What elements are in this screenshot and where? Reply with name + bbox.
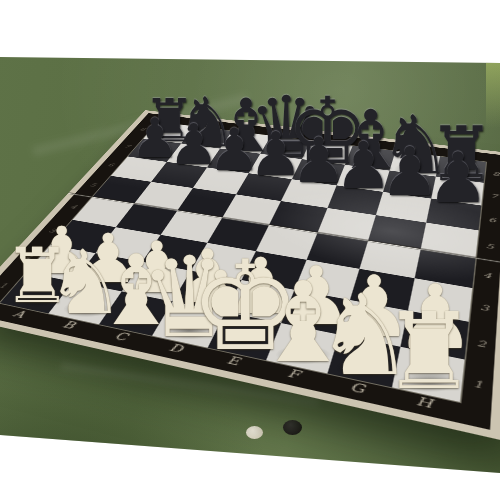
piece-white-rook-h1[interactable]: ♜ xyxy=(382,299,477,405)
partial-white-piece xyxy=(246,426,263,439)
piece-black-pawn-h7[interactable]: ♟ xyxy=(427,143,489,213)
green-box-surface: ABCDEFGH8877665544332211 ♜♞♝♛♚♝♞♜♟♟♟♟♟♟♟… xyxy=(0,0,500,500)
rank-label-right-5: 5 xyxy=(478,241,500,251)
box-cover-photo: ABCDEFGH8877665544332211 ♜♞♝♛♚♝♞♜♟♟♟♟♟♟♟… xyxy=(0,0,500,500)
partial-black-piece xyxy=(283,420,302,435)
rank-label-right-4: 4 xyxy=(475,269,500,281)
